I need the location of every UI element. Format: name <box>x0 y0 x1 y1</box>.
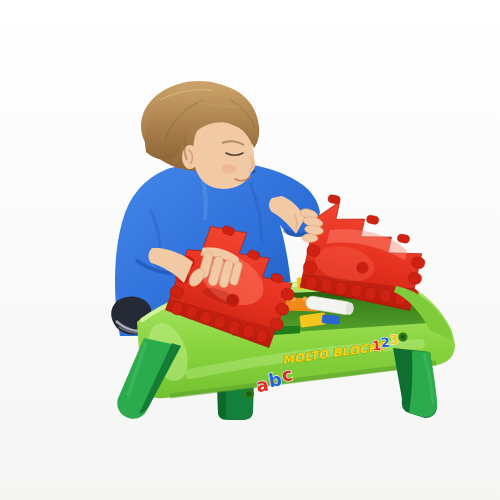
block <box>322 314 341 325</box>
toy-table-scene: a b c MOLTO BLOCKS 1 2 3 <box>0 0 500 500</box>
screw-hole-right <box>399 333 408 342</box>
screw-hole-left <box>244 389 254 399</box>
cheek-blush <box>222 165 237 174</box>
digit-3: 3 <box>389 332 400 348</box>
product-photo: a b c MOLTO BLOCKS 1 2 3 <box>0 0 500 500</box>
